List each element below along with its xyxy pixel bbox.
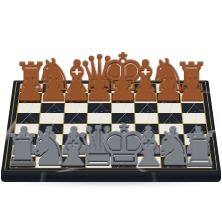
square-h4 (183, 124, 207, 134)
square-a5 (16, 113, 40, 123)
square-e5 (111, 113, 134, 123)
square-f3 (136, 134, 160, 145)
square-b1: ♞ (36, 157, 61, 168)
square-g6 (158, 103, 181, 113)
square-e3 (111, 134, 135, 145)
chess-set-photo: ♜♞♝♛♚♝♞♜♟♟♟♟♟♟♟♟♟♟♟♟♟♟♟♟♜♞♝♛♚♝♞♜ (0, 0, 222, 222)
square-c1: ♝ (61, 157, 86, 168)
square-d7: ♟ (88, 93, 110, 102)
square-f2: ♟ (136, 145, 160, 156)
square-a4 (15, 124, 39, 134)
square-b2: ♟ (37, 145, 62, 156)
square-c6 (64, 103, 87, 113)
square-h7: ♟ (180, 93, 203, 102)
square-g5 (158, 113, 182, 123)
square-c3 (62, 134, 86, 145)
square-e8: ♚ (111, 84, 133, 93)
square-e1: ♚ (111, 157, 135, 168)
board-grid: ♜♞♝♛♚♝♞♜♟♟♟♟♟♟♟♟♟♟♟♟♟♟♟♟♜♞♝♛♚♝♞♜ (9, 84, 212, 169)
square-d8: ♛ (89, 84, 111, 93)
square-a6 (17, 103, 41, 113)
square-c8: ♝ (66, 84, 88, 93)
square-b5 (40, 113, 64, 123)
square-g1: ♞ (161, 157, 186, 168)
square-d5 (88, 113, 111, 123)
square-e2: ♟ (111, 145, 135, 156)
square-a8: ♜ (20, 84, 43, 93)
square-b7: ♟ (42, 93, 65, 102)
chess-board: ♜♞♝♛♚♝♞♜♟♟♟♟♟♟♟♟♟♟♟♟♟♟♟♟♜♞♝♛♚♝♞♜ (1, 81, 221, 172)
square-b6 (41, 103, 64, 113)
square-f4 (135, 124, 159, 134)
square-b8: ♞ (43, 84, 66, 93)
square-b3 (38, 134, 62, 145)
square-d1: ♛ (86, 157, 110, 168)
board-frame: ♜♞♝♛♚♝♞♜♟♟♟♟♟♟♟♟♟♟♟♟♟♟♟♟♜♞♝♛♚♝♞♜ (1, 81, 221, 172)
square-h8: ♜ (179, 84, 202, 93)
square-b4 (39, 124, 63, 134)
square-a7: ♟ (19, 93, 42, 102)
square-h6 (181, 103, 205, 113)
square-d6 (88, 103, 111, 113)
square-c5 (64, 113, 87, 123)
square-g7: ♟ (157, 93, 180, 102)
square-a3 (13, 134, 38, 145)
square-f7: ♟ (134, 93, 157, 102)
square-h1: ♜ (186, 157, 211, 168)
square-e6 (111, 103, 134, 113)
square-d4 (87, 124, 110, 134)
square-f5 (135, 113, 158, 123)
square-h2: ♟ (185, 145, 210, 156)
square-g4 (159, 124, 183, 134)
square-a1: ♜ (11, 157, 36, 168)
square-h5 (182, 113, 206, 123)
square-f8: ♝ (134, 84, 156, 93)
square-e7: ♟ (111, 93, 133, 102)
square-d3 (87, 134, 111, 145)
square-g2: ♟ (161, 145, 186, 156)
square-f1: ♝ (136, 157, 161, 168)
square-c4 (63, 124, 87, 134)
square-f6 (135, 103, 158, 113)
square-c7: ♟ (65, 93, 88, 102)
square-h3 (184, 134, 209, 145)
square-a2: ♟ (12, 145, 37, 156)
square-c2: ♟ (62, 145, 86, 156)
square-d2: ♟ (87, 145, 111, 156)
square-g3 (160, 134, 184, 145)
square-e4 (111, 124, 134, 134)
square-g8: ♞ (157, 84, 180, 93)
